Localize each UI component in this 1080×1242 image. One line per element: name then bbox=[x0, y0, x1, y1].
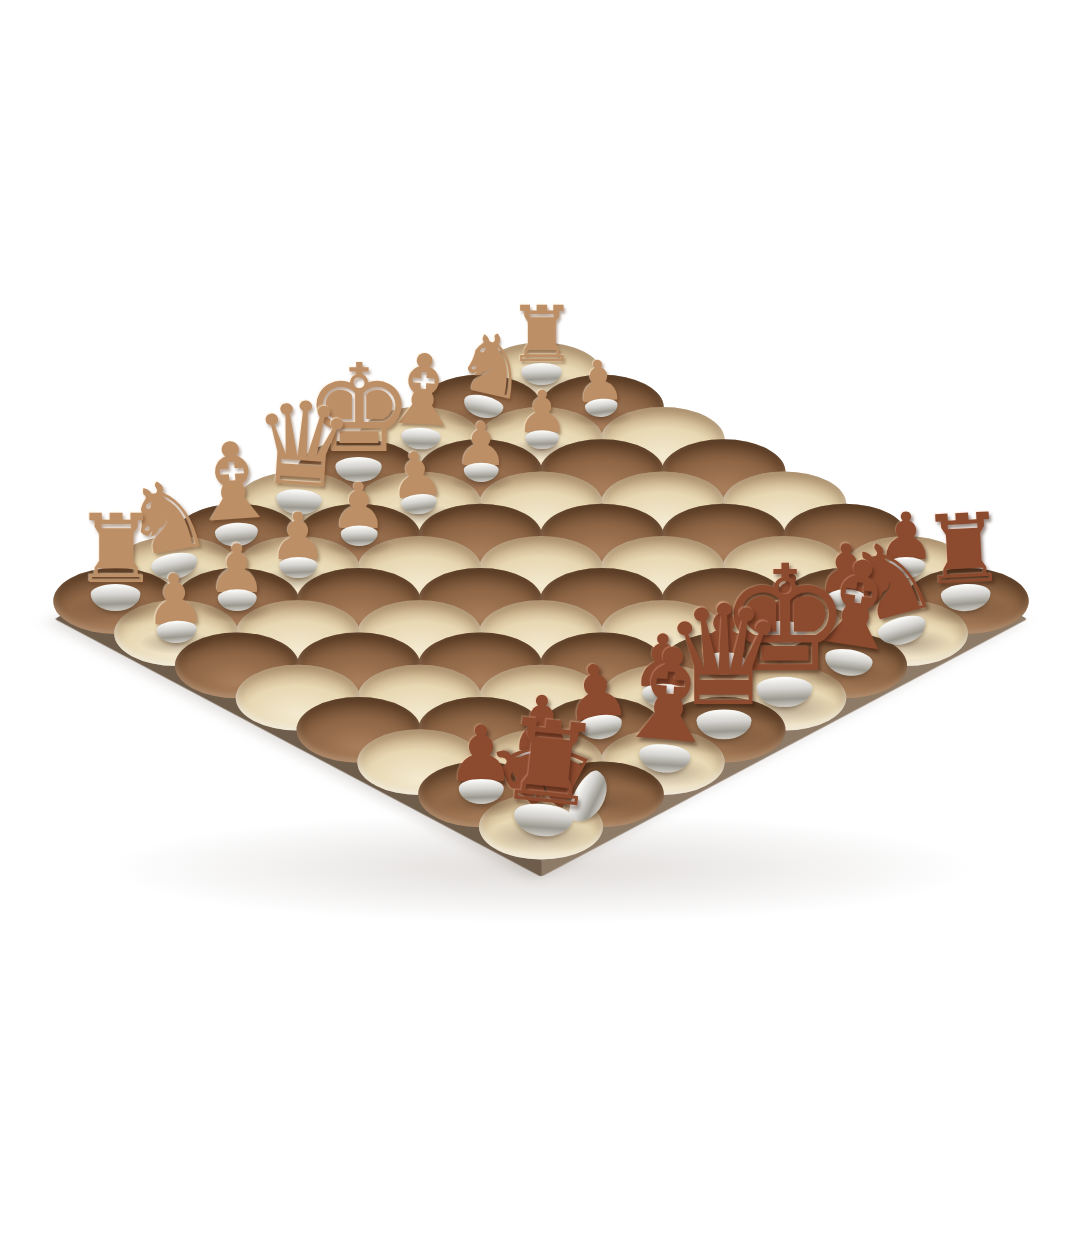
wobble-silver-base bbox=[341, 526, 378, 546]
wobble-silver-base bbox=[463, 462, 498, 481]
wobble-silver-base bbox=[584, 398, 618, 419]
wobble-silver-base bbox=[941, 582, 992, 612]
pieces-layer: ♜♞♝♛♚♝♞♜♟♟♟♟♟♟♟♟♟♟♟♟♟♟♟♟♜♞♝♛♚♝♞♜ bbox=[0, 0, 1080, 1242]
wobble-silver-base bbox=[279, 557, 317, 578]
wobble-silver-base bbox=[91, 584, 141, 611]
product-photo-scene: ♜♞♝♛♚♝♞♜♟♟♟♟♟♟♟♟♟♟♟♟♟♟♟♟♜♞♝♛♚♝♞♜ bbox=[0, 0, 1080, 1242]
wobble-silver-base bbox=[525, 431, 559, 450]
bishop-glyph: ♝ bbox=[608, 633, 732, 759]
